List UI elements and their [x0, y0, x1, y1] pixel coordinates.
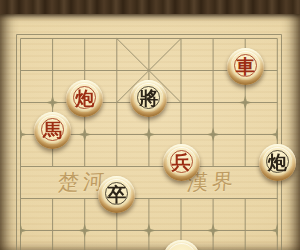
star-point-icon: [78, 128, 92, 142]
star-point-icon: [78, 224, 92, 238]
star-point-icon: [46, 96, 60, 110]
piece-character: 車: [227, 50, 264, 83]
piece-face: [167, 243, 196, 250]
piece-character: 兵: [163, 146, 200, 179]
piece-red-cannon[interactable]: 炮: [66, 80, 103, 117]
star-point-icon: [142, 224, 156, 238]
star-point-icon: [238, 96, 252, 110]
star-point-icon: [14, 128, 28, 142]
piece-character: 將: [130, 82, 167, 115]
piece-character: 馬: [34, 114, 71, 147]
piece-character: 炮: [66, 82, 103, 115]
xiangqi-screen: 楚河 漢界 車炮將馬兵炮卒: [0, 0, 300, 250]
piece-red-horse[interactable]: 馬: [34, 112, 71, 149]
star-point-icon: [142, 128, 156, 142]
star-point-icon: [206, 224, 220, 238]
piece-red-soldier[interactable]: 兵: [163, 144, 200, 181]
star-point-icon: [270, 128, 284, 142]
star-point-icon: [270, 224, 284, 238]
piece-black-general[interactable]: 將: [130, 80, 167, 117]
piece-red-chariot[interactable]: 車: [227, 48, 264, 85]
piece-black-soldier[interactable]: 卒: [98, 176, 135, 213]
piece-character: 炮: [259, 146, 296, 179]
star-point-icon: [14, 224, 28, 238]
star-point-icon: [206, 128, 220, 142]
table-edge-wood: [0, 0, 300, 14]
piece-character: 卒: [98, 178, 135, 211]
piece-black-cannon[interactable]: 炮: [259, 144, 296, 181]
